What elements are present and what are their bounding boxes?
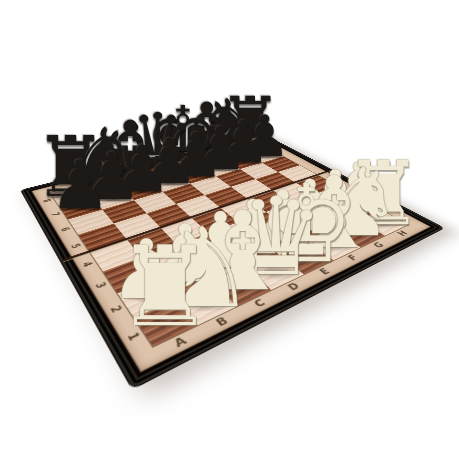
pieces-layer: ♜♞♝♛♚♝♞♜♟♟♟♟♟♟♟♟♟♟♟♟♟♟♟♟♜♞♝♛♚♝♞♜ — [0, 0, 459, 459]
piece-white-rook-a1[interactable]: ♜ — [116, 231, 215, 341]
piece-black-pawn-a7[interactable]: ♟ — [50, 152, 110, 219]
chess-set-photo-scene: 8A7B6C5D4E3F2G1H ♜♞♝♛♚♝♞♜♟♟♟♟♟♟♟♟♟♟♟♟♟♟♟… — [0, 0, 459, 459]
